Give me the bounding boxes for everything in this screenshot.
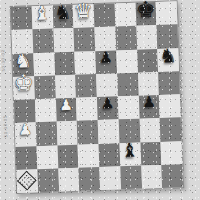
square-e4[interactable]: ♟ [97,96,119,120]
black-knight[interactable]: ♞ [157,44,179,68]
square-g7[interactable] [136,25,158,49]
square-f6[interactable] [116,49,138,73]
square-d6[interactable] [75,51,97,75]
square-f2[interactable]: ♝ [119,142,141,166]
white-king[interactable]: ♚ [13,72,35,96]
square-d7[interactable] [74,27,96,51]
square-b5[interactable] [34,75,56,99]
handwritten-border-note: 50-30-02 [0,49,6,71]
square-h4[interactable] [159,94,181,118]
square-g3[interactable] [139,118,161,142]
board-squares: ♝♞♛♚♞♟♞♚♟♟♟♟♝ [10,0,184,194]
square-b4[interactable] [35,99,57,123]
square-b1[interactable] [37,168,59,192]
square-c8[interactable]: ♞ [52,5,74,29]
square-e2[interactable] [99,143,121,167]
square-b2[interactable] [36,145,58,169]
square-c1[interactable] [58,168,80,192]
white-knight[interactable]: ♞ [12,49,34,73]
square-d3[interactable] [77,120,99,144]
square-b3[interactable] [35,122,57,146]
square-c4[interactable]: ♟ [55,98,77,122]
square-d8[interactable]: ♛ [73,4,95,28]
square-b7[interactable] [32,29,54,53]
square-f8[interactable] [114,3,136,27]
black-king[interactable]: ♚ [135,0,157,22]
white-queen[interactable]: ♛ [73,0,95,24]
square-d4[interactable] [76,97,98,121]
corner-ornament-icon [17,171,37,191]
black-pawn[interactable]: ♟ [95,46,117,70]
black-knight[interactable]: ♞ [52,1,74,25]
square-a5[interactable]: ♚ [13,76,35,100]
square-b8[interactable]: ♝ [31,6,53,30]
square-d1[interactable] [79,167,101,191]
square-e8[interactable] [94,3,116,27]
square-a1[interactable] [16,169,38,193]
square-g4[interactable]: ♟ [138,95,160,119]
square-b6[interactable] [33,52,55,76]
black-pawn[interactable]: ♟ [138,91,160,115]
square-c3[interactable] [56,121,78,145]
chess-board: 50-30-02 50-30-05 ♝♞♛♚♞♟♞♚♟♟♟♟♝ [0,0,200,200]
chessboard-photo: 50-30-02 50-30-05 ♝♞♛♚♞♟♞♚♟♟♟♟♝ [0,0,200,200]
square-e3[interactable] [98,120,120,144]
black-bishop[interactable]: ♝ [119,138,141,162]
square-h3[interactable] [160,117,182,141]
square-f1[interactable] [120,165,142,189]
square-g6[interactable] [137,48,159,72]
black-pawn[interactable]: ♟ [97,92,119,116]
square-d2[interactable] [78,144,100,168]
white-pawn[interactable]: ♟ [15,118,37,142]
square-e6[interactable]: ♟ [95,50,117,74]
square-g1[interactable] [141,165,163,189]
square-c7[interactable] [53,28,75,52]
white-pawn[interactable]: ♟ [55,94,77,118]
square-h1[interactable] [162,164,184,188]
square-f7[interactable] [115,26,137,50]
square-h5[interactable] [158,71,180,95]
square-c6[interactable] [54,51,76,75]
square-a2[interactable] [16,146,38,170]
white-bishop[interactable]: ♝ [31,1,53,25]
square-c2[interactable] [57,144,79,168]
square-g8[interactable]: ♚ [135,2,157,26]
handwritten-border-note: 50-30-05 [2,115,8,137]
square-f4[interactable] [118,96,140,120]
square-a8[interactable] [11,6,33,30]
square-g2[interactable] [140,141,162,165]
square-f5[interactable] [117,72,139,96]
square-d5[interactable] [75,74,97,98]
square-h8[interactable] [156,1,178,25]
square-e1[interactable] [99,166,121,190]
square-h2[interactable] [161,141,183,165]
square-h6[interactable]: ♞ [157,48,179,72]
square-a3[interactable]: ♟ [15,123,37,147]
